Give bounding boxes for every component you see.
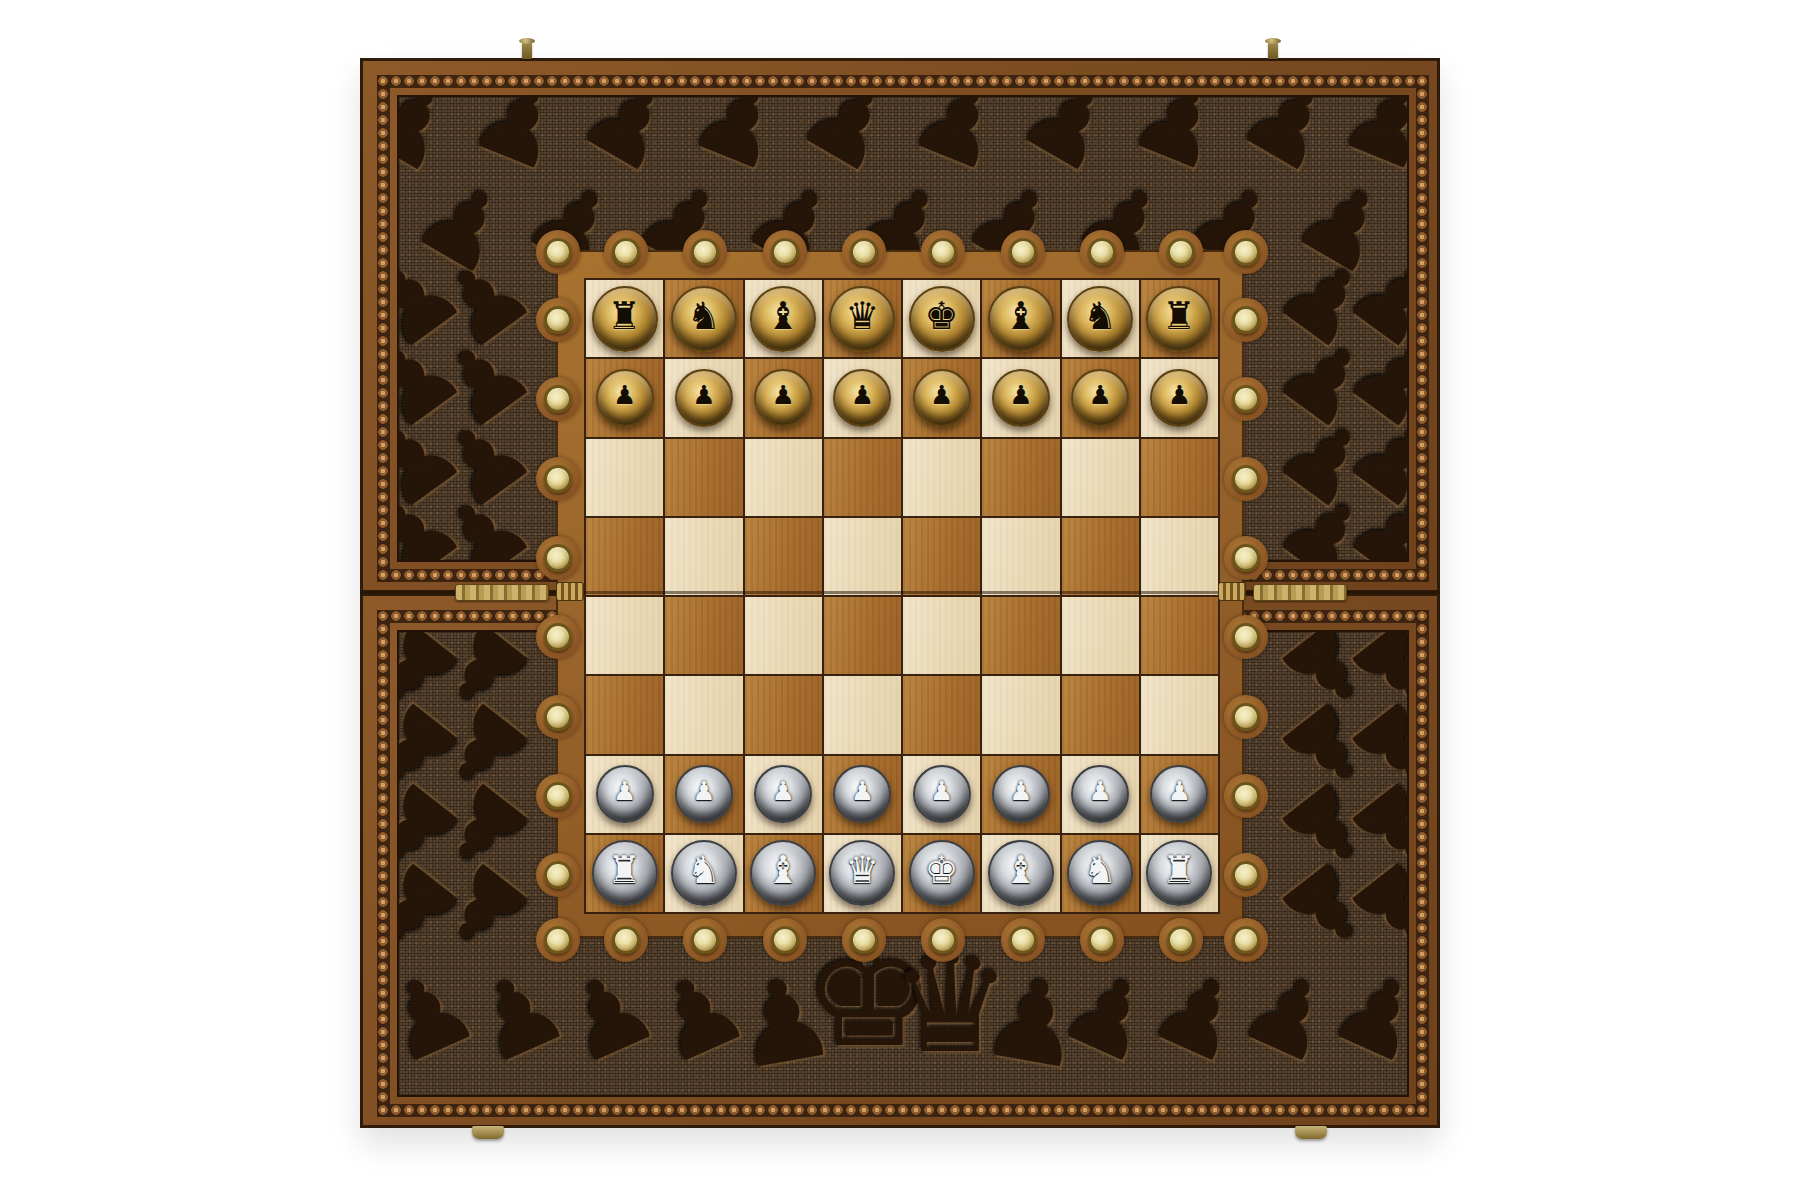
pearl-inlay-button-icon <box>1232 465 1260 493</box>
pearl-inlay-button-icon <box>929 238 957 266</box>
square-h4[interactable] <box>1141 597 1218 674</box>
queen-glyph-icon: ♛ <box>845 851 879 889</box>
carved-pawn-relief: ♟ <box>1228 953 1351 1081</box>
piece-white-pawn[interactable]: ♟ <box>992 765 1050 823</box>
carved-pawn-relief: ♟ <box>1048 953 1171 1081</box>
chess-box: ♟♟♟♟♟♟♟♟♟♟♟♟♟♟♟♟♟♟♟♟♟♟♟♟♟♟♟♟♟♟♟♟♟♟♟ ♟♟♟♟… <box>360 58 1440 1128</box>
pawn-glyph-icon: ♟ <box>771 778 794 804</box>
square-a3[interactable] <box>586 676 663 753</box>
carved-pawn-relief: ♟ <box>899 95 1020 188</box>
piece-black-pawn[interactable]: ♟ <box>913 369 971 427</box>
square-f6[interactable] <box>982 439 1059 516</box>
square-g3[interactable] <box>1062 676 1139 753</box>
carved-pawn-relief: ♟ <box>1225 95 1353 191</box>
square-h5[interactable] <box>1141 518 1218 595</box>
piece-white-pawn[interactable]: ♟ <box>913 765 971 823</box>
square-g6[interactable] <box>1062 439 1139 516</box>
square-h3[interactable] <box>1141 676 1218 753</box>
pearl-inlay-button-icon <box>544 623 572 651</box>
pearl-inlay-button-icon <box>771 926 799 954</box>
carved-pawn-relief: ♟ <box>397 953 490 1081</box>
piece-white-rook[interactable]: ♜ <box>1146 840 1212 906</box>
square-h6[interactable] <box>1141 439 1218 516</box>
hinge-left-icon <box>455 584 549 601</box>
square-e2[interactable]: ♟ <box>903 756 980 833</box>
carved-pawn-relief: ♟ <box>397 630 478 731</box>
carved-pawn-relief: ♟ <box>1262 763 1389 892</box>
carved-pawn-relief: ♟ <box>422 473 548 562</box>
piece-black-pawn[interactable]: ♟ <box>596 369 654 427</box>
pawn-glyph-icon: ♟ <box>1088 382 1111 408</box>
pawn-glyph-icon: ♟ <box>1009 382 1032 408</box>
piece-black-bishop[interactable]: ♝ <box>988 286 1054 352</box>
square-c4[interactable] <box>745 597 822 674</box>
square-g4[interactable] <box>1062 597 1139 674</box>
carved-pawn-relief: ♟ <box>785 95 913 191</box>
carved-pawn-relief: ♟ <box>397 763 478 892</box>
carved-pawn-relief: ♟ <box>400 161 528 292</box>
square-d1[interactable]: ♛ <box>824 835 901 912</box>
square-a2[interactable]: ♟ <box>586 756 663 833</box>
pearl-inlay-button-icon <box>544 861 572 889</box>
piece-black-knight[interactable]: ♞ <box>1067 286 1133 352</box>
square-h8[interactable]: ♜ <box>1141 280 1218 357</box>
bead-rope-border <box>1416 75 1429 582</box>
piece-white-pawn[interactable]: ♟ <box>1071 765 1129 823</box>
carved-pawn-relief: ♟ <box>1332 398 1409 526</box>
square-d4[interactable] <box>824 597 901 674</box>
bishop-glyph-icon: ♝ <box>766 851 800 889</box>
pearl-inlay-button-icon <box>1232 385 1260 413</box>
square-a7[interactable]: ♟ <box>586 359 663 436</box>
pearl-inlay-button-icon <box>544 544 572 572</box>
pearl-inlay-button-icon <box>929 926 957 954</box>
piece-black-pawn[interactable]: ♟ <box>675 369 733 427</box>
carved-pawn-relief: ♟ <box>1262 473 1388 562</box>
bead-rope-border <box>377 75 1429 88</box>
square-f4[interactable] <box>982 597 1059 674</box>
pearl-inlay-button-icon <box>544 238 572 266</box>
pearl-inlay-button-icon <box>544 385 572 413</box>
carved-pawn-relief: ♟ <box>1138 953 1261 1081</box>
pearl-inlay-button-icon <box>612 926 640 954</box>
pearl-inlay-button-icon <box>850 926 878 954</box>
square-f7[interactable]: ♟ <box>982 359 1059 436</box>
carved-pawn-relief: ♟ <box>422 398 548 526</box>
square-c7[interactable]: ♟ <box>745 359 822 436</box>
square-g5[interactable] <box>1062 518 1139 595</box>
pearl-inlay-button-icon <box>1232 703 1260 731</box>
pearl-inlay-button-icon <box>691 926 719 954</box>
pawn-glyph-icon: ♟ <box>1088 778 1111 804</box>
square-f8[interactable]: ♝ <box>982 280 1059 357</box>
pawn-glyph-icon: ♟ <box>613 382 636 408</box>
square-b6[interactable] <box>665 439 742 516</box>
square-h7[interactable]: ♟ <box>1141 359 1218 436</box>
carved-pawn-relief: ♟ <box>1329 95 1409 188</box>
square-e4[interactable] <box>903 597 980 674</box>
bishop-glyph-icon: ♝ <box>1004 297 1038 335</box>
bead-rope-border <box>377 75 390 582</box>
pearl-inlay-button-icon <box>1088 238 1116 266</box>
square-d6[interactable] <box>824 439 901 516</box>
square-g7[interactable]: ♟ <box>1062 359 1139 436</box>
knight-glyph-icon: ♞ <box>1083 851 1117 889</box>
carved-pawn-relief: ♟ <box>422 763 549 892</box>
pearl-inlay-button-icon <box>544 703 572 731</box>
carved-pawn-relief: ♟ <box>1005 95 1133 191</box>
square-e7[interactable]: ♟ <box>903 359 980 436</box>
carved-pawn-relief: ♟ <box>459 95 580 188</box>
pearl-inlay-button-icon <box>850 238 878 266</box>
pearl-inlay-button-icon <box>1232 861 1260 889</box>
piece-white-knight[interactable]: ♞ <box>671 840 737 906</box>
carved-pawn-relief: ♟ <box>1332 630 1409 731</box>
square-d8[interactable]: ♛ <box>824 280 901 357</box>
square-b8[interactable]: ♞ <box>665 280 742 357</box>
piece-white-knight[interactable]: ♞ <box>1067 840 1133 906</box>
pearl-inlay-button-icon <box>1232 544 1260 572</box>
carved-pawn-relief: ♟ <box>422 238 548 366</box>
carved-pawn-relief: ♟ <box>422 683 549 812</box>
latch-pin-right-icon <box>1268 42 1278 59</box>
bead-rope-border <box>1416 610 1429 1117</box>
carved-pawn-relief: ♟ <box>397 318 478 446</box>
rook-glyph-icon: ♜ <box>1162 851 1196 889</box>
bishop-glyph-icon: ♝ <box>1004 851 1038 889</box>
pearl-inlay-button-icon <box>1232 782 1260 810</box>
carved-pawn-relief: ♟ <box>422 318 548 446</box>
carved-pawn-relief: ♟ <box>1332 473 1409 562</box>
square-g8[interactable]: ♞ <box>1062 280 1139 357</box>
square-a4[interactable] <box>586 597 663 674</box>
square-c8[interactable]: ♝ <box>745 280 822 357</box>
pearl-inlay-button-icon <box>544 306 572 334</box>
square-a6[interactable] <box>586 439 663 516</box>
piece-black-pawn[interactable]: ♟ <box>833 369 891 427</box>
carved-pawn-relief: ♟ <box>397 843 478 972</box>
pawn-glyph-icon: ♟ <box>851 778 874 804</box>
carved-pawn-relief: ♟ <box>1332 318 1409 446</box>
piece-white-bishop[interactable]: ♝ <box>750 840 816 906</box>
pawn-glyph-icon: ♟ <box>613 778 636 804</box>
carved-pawn-relief: ♟ <box>638 953 761 1081</box>
bead-rope-border <box>377 1104 1429 1117</box>
latch-hook-right-icon <box>1295 1126 1327 1139</box>
pearl-inlay-button-icon <box>691 238 719 266</box>
pearl-inlay-button-icon <box>1232 623 1260 651</box>
latch-hook-left-icon <box>472 1126 504 1139</box>
pearl-inlay-button-icon <box>1088 926 1116 954</box>
carved-pawn-relief: ♟ <box>1332 843 1409 972</box>
piece-black-king[interactable]: ♚ <box>909 286 975 352</box>
square-b4[interactable] <box>665 597 742 674</box>
square-f5[interactable] <box>982 518 1059 595</box>
piece-black-rook[interactable]: ♜ <box>1146 286 1212 352</box>
piece-white-rook[interactable]: ♜ <box>592 840 658 906</box>
carved-pawn-relief: ♟ <box>397 683 478 812</box>
piece-black-pawn[interactable]: ♟ <box>992 369 1050 427</box>
latch-pin-left-icon <box>522 42 532 59</box>
board-hinge-right-icon <box>1218 582 1246 601</box>
pearl-inlay-button-icon <box>612 238 640 266</box>
pearl-inlay-button-icon <box>1232 238 1260 266</box>
pearl-inlay-button-icon <box>544 782 572 810</box>
knight-glyph-icon: ♞ <box>687 297 721 335</box>
carved-pawn-relief: ♟ <box>725 958 843 1086</box>
piece-black-knight[interactable]: ♞ <box>671 286 737 352</box>
piece-black-pawn[interactable]: ♟ <box>754 369 812 427</box>
piece-black-rook[interactable]: ♜ <box>592 286 658 352</box>
board-frame: ♜♞♝♛♚♝♞♜♟♟♟♟♟♟♟♟♟♟♟♟♟♟♟♟♜♞♝♛♚♝♞♜ <box>556 250 1244 938</box>
piece-white-pawn[interactable]: ♟ <box>596 765 654 823</box>
hinge-right-icon <box>1253 584 1347 601</box>
square-f1[interactable]: ♝ <box>982 835 1059 912</box>
carved-pawn-relief: ♟ <box>422 630 549 731</box>
carved-pawn-relief: ♟ <box>1262 630 1389 731</box>
piece-white-pawn[interactable]: ♟ <box>1150 765 1208 823</box>
bishop-glyph-icon: ♝ <box>766 297 800 335</box>
square-d2[interactable]: ♟ <box>824 756 901 833</box>
pawn-glyph-icon: ♟ <box>1168 778 1191 804</box>
square-a5[interactable] <box>586 518 663 595</box>
square-e6[interactable] <box>903 439 980 516</box>
knight-glyph-icon: ♞ <box>1083 297 1117 335</box>
carved-pawn-relief: ♟ <box>458 953 581 1081</box>
carved-pawn-relief: ♟ <box>1262 683 1389 812</box>
pearl-inlay-button-icon <box>544 465 572 493</box>
piece-black-pawn[interactable]: ♟ <box>1071 369 1129 427</box>
square-b5[interactable] <box>665 518 742 595</box>
pearl-inlay-button-icon <box>1009 926 1037 954</box>
carved-pawn-relief: ♟ <box>1332 763 1409 892</box>
square-b7[interactable]: ♟ <box>665 359 742 436</box>
square-e1[interactable]: ♚ <box>903 835 980 912</box>
carved-pawn-relief: ♟ <box>975 958 1093 1086</box>
piece-white-pawn[interactable]: ♟ <box>675 765 733 823</box>
pawn-glyph-icon: ♟ <box>692 778 715 804</box>
square-c5[interactable] <box>745 518 822 595</box>
chess-board: ♜♞♝♛♚♝♞♜♟♟♟♟♟♟♟♟♟♟♟♟♟♟♟♟♜♞♝♛♚♝♞♜ <box>584 278 1220 914</box>
carved-pawn-relief: ♟ <box>397 398 478 526</box>
carved-pawn-relief: ♟ <box>1262 318 1388 446</box>
piece-black-queen[interactable]: ♛ <box>829 286 895 352</box>
square-g2[interactable]: ♟ <box>1062 756 1139 833</box>
square-f3[interactable] <box>982 676 1059 753</box>
carved-pawn-relief: ♟ <box>397 95 473 191</box>
piece-white-pawn[interactable]: ♟ <box>754 765 812 823</box>
square-h1[interactable]: ♜ <box>1141 835 1218 912</box>
pawn-glyph-icon: ♟ <box>851 382 874 408</box>
piece-white-king[interactable]: ♚ <box>909 840 975 906</box>
carved-pawn-relief: ♟ <box>565 95 693 191</box>
rook-glyph-icon: ♜ <box>1162 297 1196 335</box>
king-glyph-icon: ♚ <box>925 297 959 335</box>
square-c6[interactable] <box>745 439 822 516</box>
pearl-inlay-button-icon <box>1009 238 1037 266</box>
square-c2[interactable]: ♟ <box>745 756 822 833</box>
pawn-glyph-icon: ♟ <box>771 382 794 408</box>
square-a8[interactable]: ♜ <box>586 280 663 357</box>
square-b3[interactable] <box>665 676 742 753</box>
carved-pawn-relief: ♟ <box>1332 683 1409 812</box>
square-e5[interactable] <box>903 518 980 595</box>
rook-glyph-icon: ♜ <box>608 851 642 889</box>
carved-pawn-relief: ♟ <box>1119 95 1240 188</box>
carved-pawn-relief: ♟ <box>679 95 800 188</box>
pawn-glyph-icon: ♟ <box>1168 382 1191 408</box>
piece-white-pawn[interactable]: ♟ <box>833 765 891 823</box>
carved-pawn-relief: ♟ <box>1332 238 1409 366</box>
rook-glyph-icon: ♜ <box>608 297 642 335</box>
carved-pawn-relief: ♟ <box>1262 843 1389 972</box>
square-a1[interactable]: ♜ <box>586 835 663 912</box>
pearl-inlay-button-icon <box>1167 238 1195 266</box>
square-f2[interactable]: ♟ <box>982 756 1059 833</box>
queen-glyph-icon: ♛ <box>845 297 879 335</box>
pawn-glyph-icon: ♟ <box>930 382 953 408</box>
pearl-inlay-button-icon <box>771 238 799 266</box>
square-e3[interactable] <box>903 676 980 753</box>
square-b2[interactable]: ♟ <box>665 756 742 833</box>
board-hinge-left-icon <box>556 582 584 601</box>
pawn-glyph-icon: ♟ <box>930 778 953 804</box>
carved-pawn-relief: ♟ <box>548 953 671 1081</box>
piece-black-pawn[interactable]: ♟ <box>1150 369 1208 427</box>
carved-pawn-relief: ♟ <box>397 473 478 562</box>
pawn-glyph-icon: ♟ <box>692 382 715 408</box>
knight-glyph-icon: ♞ <box>687 851 721 889</box>
square-d5[interactable] <box>824 518 901 595</box>
carved-pawn-relief: ♟ <box>1280 161 1408 292</box>
square-e8[interactable]: ♚ <box>903 280 980 357</box>
bead-rope-border <box>377 610 390 1117</box>
piece-black-bishop[interactable]: ♝ <box>750 286 816 352</box>
carved-pawn-relief: ♟ <box>1262 238 1388 366</box>
carved-pawn-relief: ♟ <box>1318 953 1409 1081</box>
pearl-inlay-button-icon <box>1167 926 1195 954</box>
carved-pawn-relief: ♟ <box>1262 398 1388 526</box>
square-c1[interactable]: ♝ <box>745 835 822 912</box>
piece-white-queen[interactable]: ♛ <box>829 840 895 906</box>
pawn-glyph-icon: ♟ <box>1009 778 1032 804</box>
carved-pawn-relief: ♟ <box>397 238 478 366</box>
square-b1[interactable]: ♞ <box>665 835 742 912</box>
square-c3[interactable] <box>745 676 822 753</box>
pearl-inlay-button-icon <box>1232 926 1260 954</box>
carved-pawn-relief: ♟ <box>422 843 549 972</box>
square-d3[interactable] <box>824 676 901 753</box>
king-glyph-icon: ♚ <box>925 851 959 889</box>
square-d7[interactable]: ♟ <box>824 359 901 436</box>
square-g1[interactable]: ♞ <box>1062 835 1139 912</box>
piece-white-bishop[interactable]: ♝ <box>988 840 1054 906</box>
square-h2[interactable]: ♟ <box>1141 756 1218 833</box>
pearl-inlay-button-icon <box>1232 306 1260 334</box>
pearl-inlay-button-icon <box>544 926 572 954</box>
